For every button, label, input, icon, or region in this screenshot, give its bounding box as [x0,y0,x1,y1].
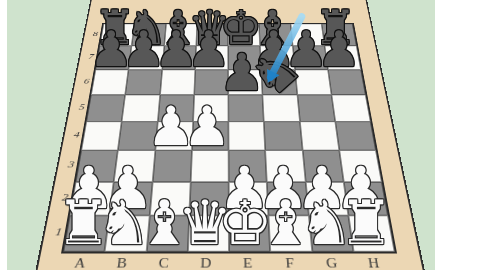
square-a4[interactable] [81,122,122,151]
square-f4[interactable] [264,122,302,151]
piece-white-rook-h1[interactable]: ♜ [339,192,394,253]
square-h4[interactable] [335,122,376,151]
square-e4[interactable] [228,122,265,151]
square-g5[interactable] [297,95,335,122]
square-a5[interactable] [86,95,125,122]
chess-scene: 87654321 ABCDEFGH ♜♞♝♛♚♝♜♟♟♟♟♟♟♟♟♞♟♟♟♟♟♟… [0,0,480,270]
rank-label-5: 5 [68,93,88,120]
piece-white-pawn-d4[interactable]: ♟ [183,100,231,154]
square-g4[interactable] [300,122,340,151]
square-h5[interactable] [331,95,370,122]
rank-label-4: 4 [62,120,82,149]
piece-black-pawn-h7[interactable]: ♟ [317,25,361,74]
